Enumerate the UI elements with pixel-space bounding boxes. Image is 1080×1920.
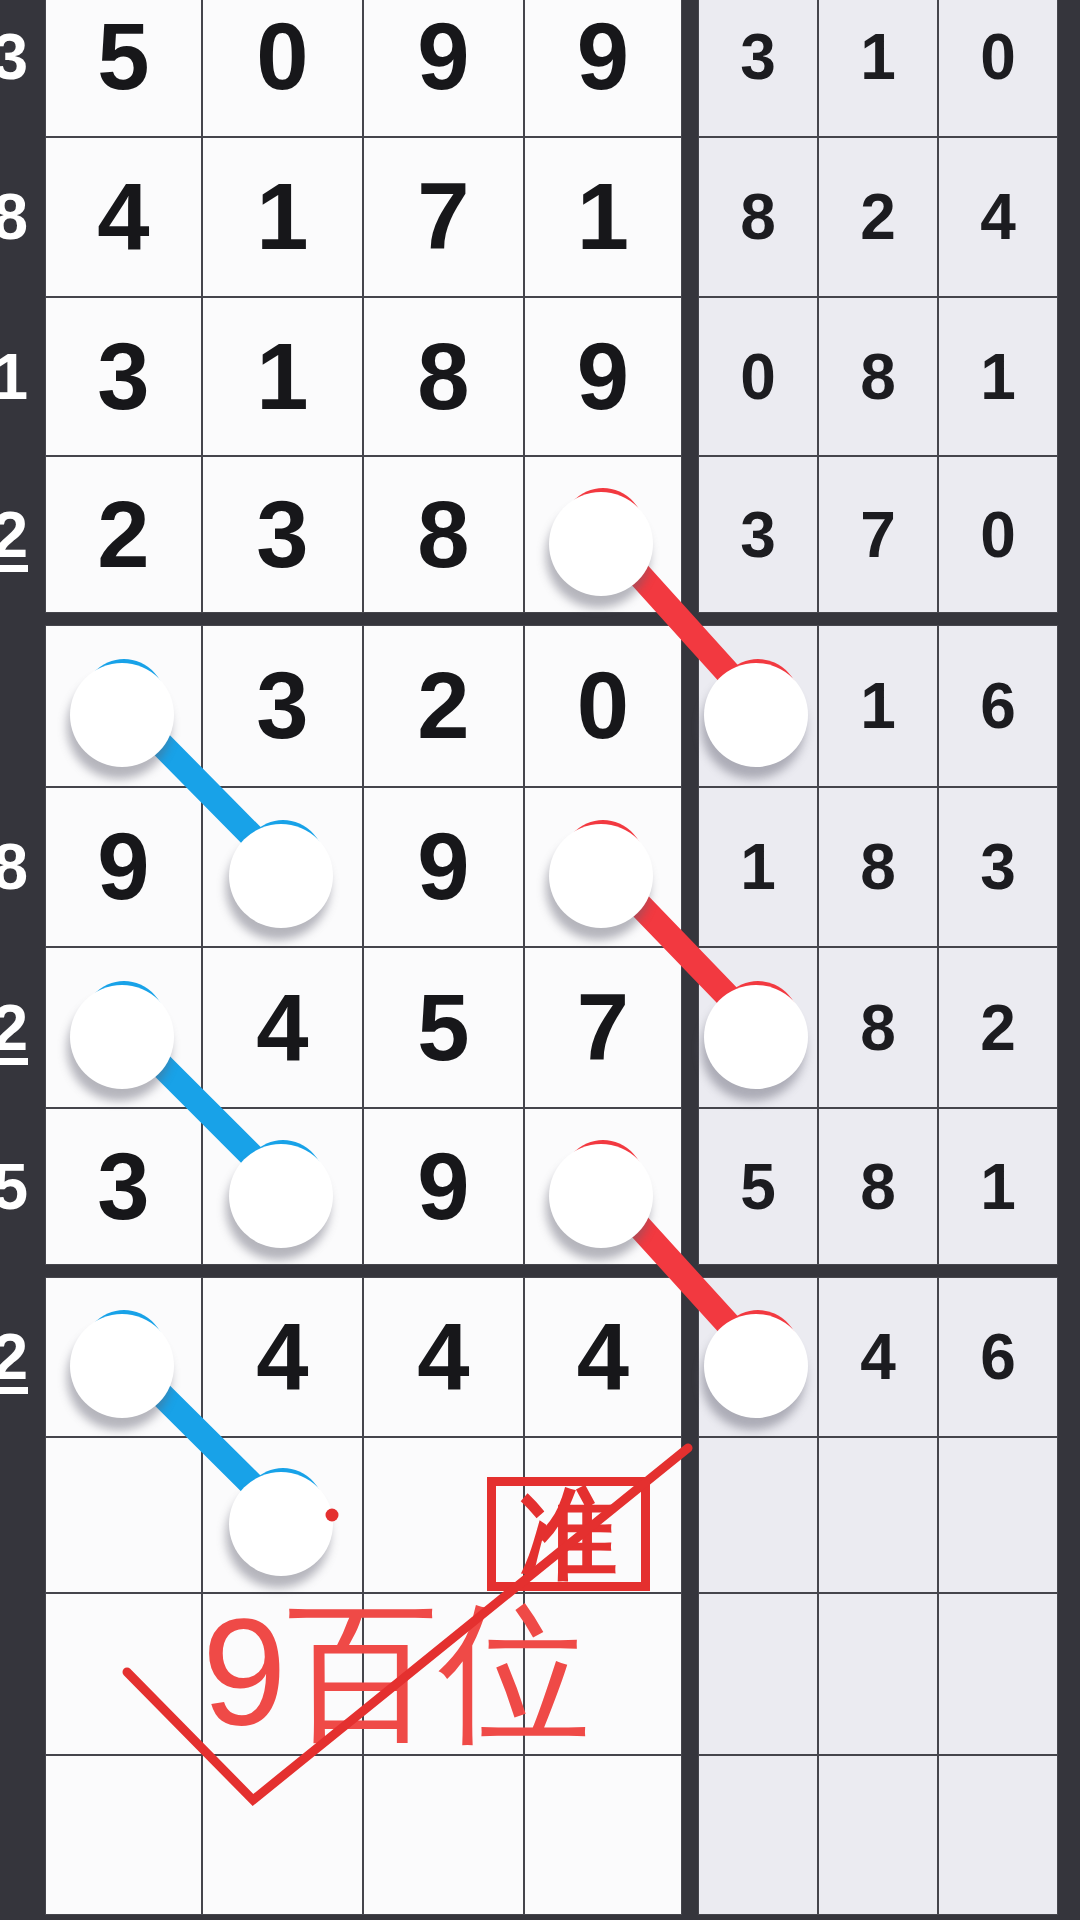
period-label-r2: 8: [0, 181, 28, 253]
cell-r8c3: 9: [363, 1108, 524, 1265]
period-label-r6: 8: [0, 831, 28, 903]
cell-r9c3: 4: [363, 1277, 524, 1437]
cell-r2c6: 2: [818, 137, 938, 297]
cell-r1c5: 3: [698, 0, 818, 137]
slogan-text-label: 9百位: [202, 1587, 591, 1757]
period-label-r3: 1: [0, 341, 28, 413]
period-label-r9: 2: [0, 1321, 28, 1393]
cell-r8c1: 3: [45, 1108, 202, 1265]
cell-r4c6: 7: [818, 456, 938, 613]
cell-r10c6: [818, 1437, 938, 1593]
cell-r1c2: 0: [202, 0, 363, 137]
blue-dot-marker-r10c2: [240, 1468, 326, 1562]
cell-r12c1: [45, 1755, 202, 1915]
blue-marker-r5c1: 3: [81, 659, 167, 753]
cell-r10c5: [698, 1437, 818, 1593]
cell-r3c2: 1: [202, 297, 363, 456]
blue-marker-r8c2: 3: [240, 1140, 326, 1234]
cell-r11c1: [45, 1593, 202, 1755]
blue-marker-r7c1: 6: [81, 981, 167, 1075]
cell-r6c1: 9: [45, 787, 202, 947]
cell-r6c6: 8: [818, 787, 938, 947]
cell-r2c7: 4: [938, 137, 1058, 297]
cell-r3c5: 0: [698, 297, 818, 456]
red-marker-r5c5: 5: [715, 659, 801, 753]
red-marker-r7c5: 5: [715, 981, 801, 1075]
cell-r1c1: 5: [45, 0, 202, 137]
slogan-text: 9百位: [202, 1597, 591, 1753]
cell-r4c1: 2: [45, 456, 202, 613]
cell-r2c1: 4: [45, 137, 202, 297]
period-label-r1: 3: [0, 21, 28, 93]
cell-r5c2: 3: [202, 625, 363, 787]
cell-r9c7: 6: [938, 1277, 1058, 1437]
blue-marker-r9c1: 0: [81, 1310, 167, 1404]
cell-r4c2: 3: [202, 456, 363, 613]
cell-r7c6: 8: [818, 947, 938, 1108]
cell-r7c4: 7: [524, 947, 682, 1108]
cell-r11c5: [698, 1593, 818, 1755]
period-label-r4: 2: [0, 499, 28, 571]
red-marker-r4c4: 9: [560, 488, 646, 582]
cell-r4c7: 0: [938, 456, 1058, 613]
cell-r2c2: 1: [202, 137, 363, 297]
cell-r5c7: 6: [938, 625, 1058, 787]
cell-r1c3: 9: [363, 0, 524, 137]
blue-marker-r6c2: 1: [240, 820, 326, 914]
cell-r6c5: 1: [698, 787, 818, 947]
cell-r8c5: 5: [698, 1108, 818, 1265]
cell-r12c3: [363, 1755, 524, 1915]
accurate-stamp-text: 准: [520, 1484, 618, 1584]
cell-r3c4: 9: [524, 297, 682, 456]
cell-r12c5: [698, 1755, 818, 1915]
cell-r2c5: 8: [698, 137, 818, 297]
cell-r5c4: 0: [524, 625, 682, 787]
cell-r12c7: [938, 1755, 1058, 1915]
cell-r12c2: [202, 1755, 363, 1915]
cell-r8c6: 8: [818, 1108, 938, 1265]
red-marker-r9c5: 9: [715, 1310, 801, 1404]
accurate-stamp: 准: [487, 1477, 650, 1591]
cell-r10c1: [45, 1437, 202, 1593]
cell-r4c5: 3: [698, 456, 818, 613]
cell-r6c7: 3: [938, 787, 1058, 947]
cell-r2c3: 7: [363, 137, 524, 297]
cell-r7c2: 4: [202, 947, 363, 1108]
cell-r3c6: 8: [818, 297, 938, 456]
cell-r1c7: 0: [938, 0, 1058, 137]
cell-r1c6: 1: [818, 0, 938, 137]
cell-r3c3: 8: [363, 297, 524, 456]
cell-r9c6: 4: [818, 1277, 938, 1437]
cell-r11c7: [938, 1593, 1058, 1755]
cell-r10c7: [938, 1437, 1058, 1593]
red-marker-r8c4: 0: [560, 1140, 646, 1234]
period-label-r8: 5: [0, 1151, 28, 1223]
cell-r7c3: 5: [363, 947, 524, 1108]
cell-r2c4: 1: [524, 137, 682, 297]
cell-r5c3: 2: [363, 625, 524, 787]
cell-r12c6: [818, 1755, 938, 1915]
cell-r12c4: [524, 1755, 682, 1915]
cell-r11c6: [818, 1593, 938, 1755]
red-marker-r6c4: 4: [560, 820, 646, 914]
cell-r9c4: 4: [524, 1277, 682, 1437]
cell-r7c7: 2: [938, 947, 1058, 1108]
period-label-r7: 2: [0, 992, 28, 1064]
cell-r6c3: 9: [363, 787, 524, 947]
cell-r9c2: 4: [202, 1277, 363, 1437]
cell-r3c1: 3: [45, 297, 202, 456]
cell-r5c6: 1: [818, 625, 938, 787]
cell-r4c3: 8: [363, 456, 524, 613]
lottery-trend-screen[interactable]: 3509931084171824131890812238370320168991…: [0, 0, 1080, 1920]
cell-r1c4: 9: [524, 0, 682, 137]
cell-r3c7: 1: [938, 297, 1058, 456]
cell-r8c7: 1: [938, 1108, 1058, 1265]
